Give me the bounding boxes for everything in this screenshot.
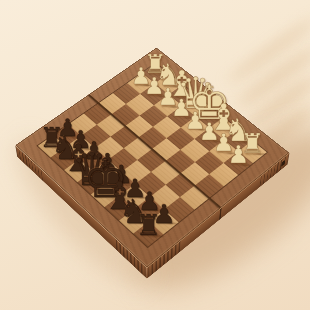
- square-f6: [136, 172, 165, 196]
- square-g8: [119, 208, 149, 233]
- square-h7: [149, 209, 179, 234]
- square-h5: [180, 185, 210, 209]
- square-f8: [105, 195, 135, 220]
- square-d7: [93, 159, 122, 183]
- square-e8: [91, 183, 121, 207]
- square-c7: [79, 147, 108, 170]
- square-h2: [224, 151, 253, 174]
- square-b8: [51, 147, 80, 170]
- square-f5: [151, 161, 180, 185]
- piece-shadow-streak: [226, 15, 310, 86]
- square-e7: [106, 171, 135, 195]
- square-d6: [108, 148, 137, 171]
- square-g5: [165, 173, 194, 197]
- square-f7: [120, 184, 150, 208]
- square-e5: [137, 149, 166, 172]
- square-g4: [180, 162, 209, 186]
- square-e6: [122, 160, 151, 184]
- square-g7: [134, 196, 164, 221]
- fold-seam-side: [219, 208, 221, 220]
- product-photo-scene: ♜♞♝♛♚♝♞♜♟♟♟♟♟♟♟♟♟♟♟♟♟♟♟♟♜♞♝♛♚♝♞♜: [0, 0, 310, 310]
- square-f4: [166, 150, 195, 173]
- square-h6: [164, 197, 194, 222]
- square-h3: [209, 163, 238, 187]
- square-g6: [150, 185, 180, 209]
- square-h8: [133, 221, 163, 247]
- clasp-slot: [281, 160, 285, 167]
- square-h4: [195, 174, 224, 198]
- square-g3: [195, 151, 224, 174]
- square-d8: [77, 171, 106, 195]
- square-c8: [64, 158, 93, 182]
